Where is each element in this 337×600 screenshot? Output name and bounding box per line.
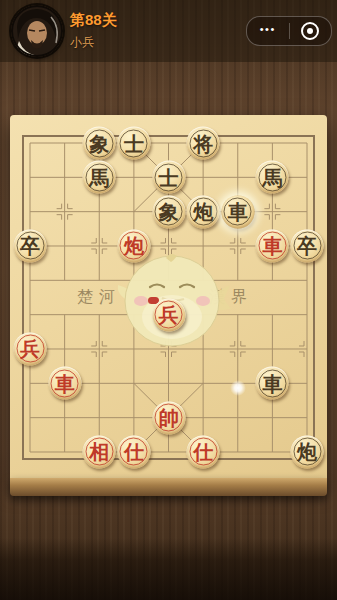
piece-red-兵[interactable]: 兵 xyxy=(152,298,185,331)
piece-black-卒[interactable]: 卒 xyxy=(291,229,324,262)
piece-glyph: 仕 xyxy=(193,442,213,462)
piece-black-士[interactable]: 士 xyxy=(152,161,185,194)
piece-red-仕[interactable]: 仕 xyxy=(187,435,220,468)
level-player: 小兵 xyxy=(70,34,94,51)
board-edge xyxy=(10,478,327,496)
piece-glyph: 炮 xyxy=(193,202,213,222)
piece-red-相[interactable]: 相 xyxy=(83,435,116,468)
piece-glyph: 将 xyxy=(193,133,213,153)
xiangqi-board[interactable]: 楚河 漢界 象士将馬士馬象炮車卒炮車卒兵兵車車帥相仕仕炮 xyxy=(10,115,327,478)
piece-glyph: 兵 xyxy=(20,339,40,359)
piece-red-車[interactable]: 車 xyxy=(256,229,289,262)
miniprogram-capsule: ••• xyxy=(246,16,332,46)
piece-glyph: 車 xyxy=(55,373,75,393)
piece-red-兵[interactable]: 兵 xyxy=(14,332,47,365)
avatar-portrait xyxy=(11,5,63,57)
piece-black-象[interactable]: 象 xyxy=(152,195,185,228)
piece-glyph: 車 xyxy=(228,202,248,222)
piece-black-馬[interactable]: 馬 xyxy=(83,161,116,194)
piece-glyph: 相 xyxy=(89,442,109,462)
piece-glyph: 馬 xyxy=(89,167,109,187)
piece-glyph: 士 xyxy=(124,133,144,153)
more-menu-button[interactable]: ••• xyxy=(247,17,289,45)
piece-black-象[interactable]: 象 xyxy=(83,127,116,160)
piece-red-車[interactable]: 車 xyxy=(48,367,81,400)
ellipsis-icon: ••• xyxy=(260,24,276,39)
piece-glyph: 馬 xyxy=(262,167,282,187)
piece-glyph: 仕 xyxy=(124,442,144,462)
target-sparkle xyxy=(230,380,246,396)
piece-glyph: 象 xyxy=(89,133,109,153)
close-circle-button[interactable] xyxy=(290,17,332,45)
piece-black-士[interactable]: 士 xyxy=(117,127,150,160)
top-bar: 第88关 小兵 ••• xyxy=(0,0,337,62)
app-screen: 第88关 小兵 ••• 楚河 漢界 xyxy=(0,0,337,600)
piece-glyph: 士 xyxy=(159,167,179,187)
piece-glyph: 卒 xyxy=(20,236,40,256)
bottom-bar: 锦 14 求助 2步 3DMGAME xyxy=(0,538,337,600)
target-circle-icon xyxy=(301,22,319,40)
piece-glyph: 象 xyxy=(159,202,179,222)
piece-black-炮[interactable]: 炮 xyxy=(291,435,324,468)
piece-glyph: 炮 xyxy=(124,236,144,256)
piece-black-車[interactable]: 車 xyxy=(256,367,289,400)
piece-glyph: 炮 xyxy=(297,442,317,462)
piece-black-馬[interactable]: 馬 xyxy=(256,161,289,194)
piece-glyph: 車 xyxy=(262,236,282,256)
piece-glyph: 帥 xyxy=(159,408,179,428)
piece-black-炮[interactable]: 炮 xyxy=(187,195,220,228)
piece-black-将[interactable]: 将 xyxy=(187,127,220,160)
piece-black-卒[interactable]: 卒 xyxy=(14,229,47,262)
piece-red-炮[interactable]: 炮 xyxy=(117,229,150,262)
piece-glyph: 兵 xyxy=(159,305,179,325)
avatar[interactable] xyxy=(11,5,63,57)
level-title: 第88关 xyxy=(70,11,117,30)
piece-glyph: 卒 xyxy=(297,236,317,256)
piece-black-車[interactable]: 車 xyxy=(221,195,254,228)
piece-red-仕[interactable]: 仕 xyxy=(117,435,150,468)
piece-red-帥[interactable]: 帥 xyxy=(152,401,185,434)
piece-glyph: 車 xyxy=(262,373,282,393)
